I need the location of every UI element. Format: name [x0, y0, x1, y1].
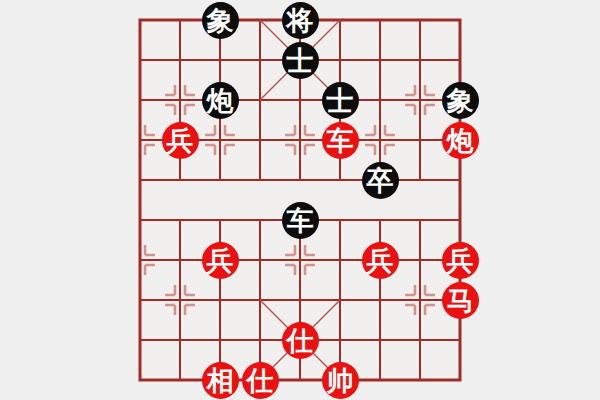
black-advisor[interactable]: 士 — [282, 42, 319, 79]
red-pawn[interactable]: 兵 — [162, 122, 199, 159]
black-elephant[interactable]: 象 — [442, 82, 479, 119]
xiangqi-app: 象将士炮士象兵车炮卒车兵兵兵马仕相仕帅 — [0, 0, 600, 400]
red-general[interactable]: 帅 — [322, 362, 359, 399]
red-pawn[interactable]: 兵 — [362, 242, 399, 279]
black-cannon[interactable]: 炮 — [202, 82, 239, 119]
red-pawn[interactable]: 兵 — [442, 242, 479, 279]
piece-layer: 象将士炮士象兵车炮卒车兵兵兵马仕相仕帅 — [120, 0, 480, 400]
red-elephant[interactable]: 相 — [202, 362, 239, 399]
black-general[interactable]: 将 — [282, 2, 319, 39]
black-elephant[interactable]: 象 — [202, 2, 239, 39]
red-advisor[interactable]: 仕 — [242, 362, 279, 399]
red-pawn[interactable]: 兵 — [202, 242, 239, 279]
red-advisor[interactable]: 仕 — [282, 322, 319, 359]
black-chariot[interactable]: 车 — [282, 202, 319, 239]
red-cannon[interactable]: 炮 — [442, 122, 479, 159]
red-chariot[interactable]: 车 — [322, 122, 359, 159]
black-advisor[interactable]: 士 — [322, 82, 359, 119]
black-pawn[interactable]: 卒 — [362, 162, 399, 199]
red-horse[interactable]: 马 — [442, 282, 479, 319]
